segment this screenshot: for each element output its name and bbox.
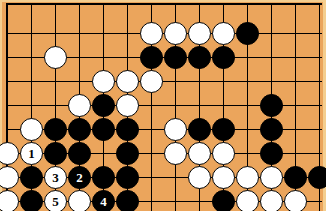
white-stone [140,22,163,45]
white-stone [164,22,187,45]
black-stone [44,142,67,165]
white-stone-move-1: 1 [20,142,43,165]
black-stone [20,190,43,211]
white-stone [284,190,307,211]
move-number-label: 2 [76,171,83,184]
black-stone [116,190,139,211]
white-stone [116,94,139,117]
white-stone [212,142,235,165]
white-stone [212,22,235,45]
white-stone [164,142,187,165]
go-board: 13254 [0,0,326,211]
white-stone [236,190,259,211]
white-stone [212,166,235,189]
black-stone [68,118,91,141]
white-stone [0,190,19,211]
white-stone [20,118,43,141]
board-edge-top-line [6,3,322,5]
move-number-label: 1 [28,147,35,160]
black-stone [188,118,211,141]
white-stone [188,166,211,189]
white-stone [68,190,91,211]
white-stone [116,70,139,93]
white-stone [260,190,283,211]
black-stone [260,118,283,141]
black-stone [212,190,235,211]
black-stone [116,166,139,189]
black-stone [284,166,307,189]
move-number-label: 4 [100,195,107,208]
black-stone [116,142,139,165]
white-stone [236,166,259,189]
black-stone-move-4: 4 [92,190,115,211]
black-stone [92,94,115,117]
black-stone [92,118,115,141]
white-stone [188,142,211,165]
white-stone-move-5: 5 [44,190,67,211]
white-stone [188,22,211,45]
white-stone [0,142,19,165]
black-stone [116,118,139,141]
white-stone [260,166,283,189]
go-diagram: 13254 [0,0,326,211]
white-stone [0,166,19,189]
white-stone [164,118,187,141]
black-stone [212,46,235,69]
white-stone [44,46,67,69]
black-stone [188,46,211,69]
black-stone [44,118,67,141]
black-stone [212,118,235,141]
move-number-label: 5 [52,195,59,208]
move-number-label: 3 [52,171,59,184]
black-stone [92,166,115,189]
white-stone [92,70,115,93]
black-stone [164,46,187,69]
frame-bevel-top [0,0,326,2]
white-stone [68,94,91,117]
grid-hline [6,81,322,82]
black-stone [260,94,283,117]
black-stone [68,142,91,165]
white-stone [140,70,163,93]
black-stone [140,46,163,69]
black-stone [20,166,43,189]
white-stone-move-3: 3 [44,166,67,189]
black-stone [236,22,259,45]
black-stone-move-2: 2 [68,166,91,189]
black-stone [260,142,283,165]
black-stone [308,166,326,189]
